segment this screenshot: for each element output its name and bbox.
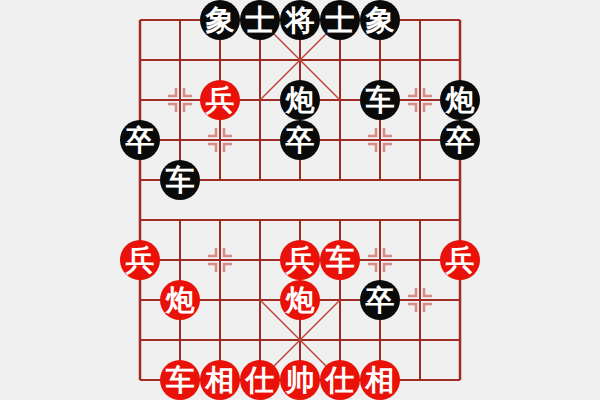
piece-red-soldier[interactable]: 兵 [120,240,160,280]
piece-red-advisor[interactable]: 仕 [320,360,360,400]
piece-red-elephant[interactable]: 相 [200,360,240,400]
piece-red-chariot[interactable]: 车 [160,360,200,400]
piece-red-soldier[interactable]: 兵 [440,240,480,280]
piece-red-soldier[interactable]: 兵 [200,80,240,120]
piece-black-soldier[interactable]: 卒 [440,120,480,160]
piece-black-cannon[interactable]: 炮 [280,80,320,120]
piece-black-chariot[interactable]: 车 [360,80,400,120]
piece-red-general[interactable]: 帅 [280,360,320,400]
piece-red-chariot[interactable]: 车 [320,240,360,280]
piece-black-elephant[interactable]: 象 [360,0,400,40]
piece-black-advisor[interactable]: 士 [240,0,280,40]
piece-red-cannon[interactable]: 炮 [160,280,200,320]
piece-black-advisor[interactable]: 士 [320,0,360,40]
piece-black-cannon[interactable]: 炮 [440,80,480,120]
piece-red-elephant[interactable]: 相 [360,360,400,400]
piece-black-soldier[interactable]: 卒 [280,120,320,160]
piece-red-soldier[interactable]: 兵 [280,240,320,280]
piece-red-advisor[interactable]: 仕 [240,360,280,400]
piece-red-cannon[interactable]: 炮 [280,280,320,320]
piece-black-general[interactable]: 将 [280,0,320,40]
xiangqi-board-screen: 象士将士象兵炮车炮卒卒卒车兵兵车兵炮炮卒车相仕帅仕相 [0,0,600,400]
piece-black-elephant[interactable]: 象 [200,0,240,40]
pieces-layer: 象士将士象兵炮车炮卒卒卒车兵兵车兵炮炮卒车相仕帅仕相 [120,0,480,400]
piece-black-chariot[interactable]: 车 [160,160,200,200]
piece-black-soldier[interactable]: 卒 [360,280,400,320]
piece-black-soldier[interactable]: 卒 [120,120,160,160]
